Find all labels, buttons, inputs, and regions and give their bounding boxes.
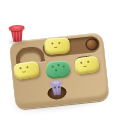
slider-dot	[52, 66, 54, 68]
slider-eye	[87, 61, 89, 63]
slider-eye	[51, 42, 53, 44]
slider-dot	[57, 64, 59, 66]
slider-dot	[63, 65, 65, 67]
yellow-slider-left[interactable]	[13, 61, 40, 81]
cup-dot	[54, 86, 56, 88]
purple-cup-piece[interactable]	[49, 80, 63, 96]
cell-r2c1	[11, 59, 44, 84]
yellow-slider-top[interactable]	[44, 37, 70, 55]
product-photo-scene	[0, 0, 120, 120]
slider-dot	[55, 69, 57, 71]
yellow-slider-right[interactable]	[74, 55, 100, 74]
slider-mouth	[22, 69, 26, 73]
slider-mouth	[54, 45, 58, 48]
slider-eye	[58, 42, 60, 44]
cup-dot	[58, 86, 60, 88]
green-oval-slider[interactable]	[45, 60, 70, 77]
red-cup-piece[interactable]	[8, 24, 25, 42]
cell-r2c3	[74, 52, 107, 77]
slider-eye	[26, 66, 28, 68]
slider-mouth	[83, 64, 87, 68]
cell-r3c2	[44, 77, 78, 102]
